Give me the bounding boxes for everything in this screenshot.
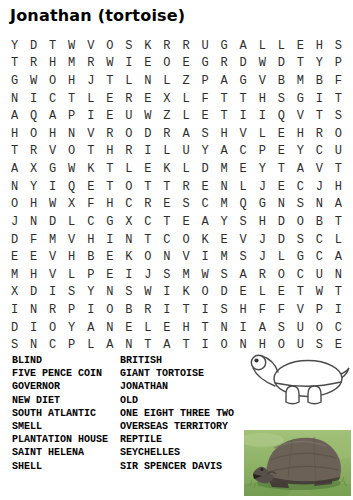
grid-cell: T bbox=[196, 319, 215, 337]
grid-cell: I bbox=[196, 248, 215, 266]
grid-cell: I bbox=[138, 143, 157, 161]
grid-cell: N bbox=[5, 178, 24, 196]
grid-cell: G bbox=[215, 37, 234, 55]
grid-cell: E bbox=[176, 55, 195, 73]
grid-cell: L bbox=[253, 284, 272, 302]
grid-cell: W bbox=[253, 55, 272, 73]
grid-cell: T bbox=[215, 107, 234, 125]
grid-cell: K bbox=[157, 160, 176, 178]
grid-cell: I bbox=[119, 266, 138, 284]
grid-cell: W bbox=[138, 284, 157, 302]
grid-cell: T bbox=[5, 143, 24, 161]
grid-cell: E bbox=[100, 248, 119, 266]
grid-cell: X bbox=[5, 284, 24, 302]
grid-cell: W bbox=[43, 195, 62, 213]
grid-cell: S bbox=[62, 284, 81, 302]
grid-cell: T bbox=[62, 90, 81, 108]
word-item: OVERSEAS TERRITORY bbox=[120, 421, 234, 434]
grid-cell: H bbox=[253, 213, 272, 231]
grid-cell: S bbox=[119, 37, 138, 55]
grid-cell: L bbox=[329, 231, 348, 249]
grid-cell: U bbox=[291, 319, 310, 337]
grid-cell: W bbox=[310, 284, 329, 302]
grid-cell: S bbox=[176, 195, 195, 213]
word-item: BRITISH bbox=[120, 355, 234, 368]
grid-cell: Q bbox=[24, 107, 43, 125]
grid-cell: R bbox=[176, 37, 195, 55]
grid-cell: D bbox=[5, 319, 24, 337]
grid-cell: D bbox=[272, 231, 291, 249]
grid-cell: S bbox=[215, 301, 234, 319]
grid-cell: S bbox=[196, 125, 215, 143]
grid-cell: O bbox=[196, 284, 215, 302]
grid-cell: N bbox=[62, 125, 81, 143]
grid-cell: D bbox=[215, 284, 234, 302]
grid-cell: W bbox=[62, 160, 81, 178]
grid-cell: H bbox=[43, 125, 62, 143]
grid-cell: J bbox=[5, 213, 24, 231]
grid-cell: R bbox=[157, 125, 176, 143]
grid-cell: A bbox=[5, 160, 24, 178]
grid-cell: V bbox=[43, 266, 62, 284]
grid-cell: F bbox=[196, 90, 215, 108]
grid-cell: T bbox=[329, 90, 348, 108]
grid-cell: V bbox=[43, 143, 62, 161]
grid-cell: C bbox=[291, 178, 310, 196]
grid-cell: F bbox=[272, 301, 291, 319]
grid-cell: J bbox=[138, 266, 157, 284]
grid-cell: L bbox=[81, 90, 100, 108]
grid-cell: P bbox=[310, 301, 329, 319]
grid-cell: X bbox=[157, 90, 176, 108]
grid-cell: M bbox=[43, 231, 62, 249]
grid-cell: Y bbox=[62, 319, 81, 337]
grid-cell: G bbox=[196, 55, 215, 73]
grid-cell: X bbox=[119, 213, 138, 231]
grid-cell: R bbox=[253, 266, 272, 284]
grid-cell: J bbox=[310, 178, 329, 196]
grid-cell: H bbox=[62, 248, 81, 266]
grid-cell: T bbox=[100, 178, 119, 196]
grid-cell: H bbox=[215, 125, 234, 143]
grid-cell: U bbox=[196, 37, 215, 55]
grid-cell: H bbox=[43, 55, 62, 73]
grid-cell: D bbox=[234, 55, 253, 73]
grid-cell: T bbox=[157, 178, 176, 196]
grid-cell: I bbox=[196, 301, 215, 319]
tortoise-photo bbox=[244, 430, 351, 496]
grid-cell: I bbox=[253, 107, 272, 125]
grid-cell: N bbox=[138, 72, 157, 90]
grid-cell: R bbox=[157, 37, 176, 55]
grid-cell: L bbox=[253, 37, 272, 55]
grid-cell: V bbox=[62, 231, 81, 249]
grid-cell: N bbox=[100, 319, 119, 337]
grid-cell: H bbox=[329, 178, 348, 196]
grid-cell: E bbox=[24, 248, 43, 266]
grid-cell: V bbox=[291, 301, 310, 319]
grid-cell: F bbox=[329, 72, 348, 90]
grid-cell: E bbox=[138, 55, 157, 73]
grid-cell: L bbox=[62, 213, 81, 231]
grid-cell: C bbox=[81, 213, 100, 231]
grid-cell: L bbox=[176, 90, 195, 108]
word-item: GOVERNOR bbox=[12, 381, 120, 394]
grid-cell: M bbox=[215, 160, 234, 178]
word-item: ONE EIGHT THREE TWO bbox=[120, 408, 234, 421]
grid-cell: I bbox=[100, 231, 119, 249]
grid-cell: K bbox=[119, 248, 138, 266]
grid-cell: E bbox=[176, 213, 195, 231]
grid-cell: O bbox=[43, 319, 62, 337]
grid-cell: R bbox=[119, 90, 138, 108]
grid-cell: I bbox=[157, 301, 176, 319]
grid-cell: B bbox=[272, 72, 291, 90]
grid-cell: J bbox=[253, 248, 272, 266]
grid-cell: C bbox=[291, 266, 310, 284]
grid-cell: W bbox=[100, 55, 119, 73]
grid-cell: I bbox=[234, 319, 253, 337]
grid-cell: V bbox=[291, 107, 310, 125]
grid-cell: E bbox=[138, 160, 157, 178]
grid-cell: C bbox=[43, 90, 62, 108]
word-item: SIR SPENCER DAVIS bbox=[120, 461, 234, 474]
grid-cell: O bbox=[215, 336, 234, 354]
grid-cell: C bbox=[310, 248, 329, 266]
word-item: SAINT HELENA bbox=[12, 447, 120, 460]
grid-cell: O bbox=[119, 125, 138, 143]
grid-cell: N bbox=[157, 248, 176, 266]
grid-cell: L bbox=[157, 143, 176, 161]
grid-cell: A bbox=[215, 72, 234, 90]
grid-cell: R bbox=[176, 178, 195, 196]
grid-cell: L bbox=[272, 37, 291, 55]
grid-cell: C bbox=[138, 213, 157, 231]
grid-cell: M bbox=[215, 195, 234, 213]
grid-cell: V bbox=[176, 248, 195, 266]
grid-cell: A bbox=[196, 213, 215, 231]
grid-cell: C bbox=[310, 143, 329, 161]
grid-cell: T bbox=[291, 284, 310, 302]
grid-cell: M bbox=[62, 55, 81, 73]
grid-cell: O bbox=[329, 125, 348, 143]
grid-cell: E bbox=[119, 319, 138, 337]
grid-cell: N bbox=[215, 319, 234, 337]
grid-cell: G bbox=[100, 213, 119, 231]
grid-cell: D bbox=[272, 55, 291, 73]
grid-cell: I bbox=[157, 284, 176, 302]
grid-cell: O bbox=[24, 125, 43, 143]
grid-cell: B bbox=[310, 213, 329, 231]
grid-cell: P bbox=[81, 266, 100, 284]
grid-cell: T bbox=[329, 160, 348, 178]
grid-cell: E bbox=[157, 319, 176, 337]
word-item: NEW DIET bbox=[12, 395, 120, 408]
page-title: Jonathan (tortoise) bbox=[10, 6, 185, 25]
grid-cell: S bbox=[215, 266, 234, 284]
grid-cell: U bbox=[176, 143, 195, 161]
grid-cell: V bbox=[81, 125, 100, 143]
grid-cell: I bbox=[329, 301, 348, 319]
grid-cell: H bbox=[176, 319, 195, 337]
grid-cell: E bbox=[291, 37, 310, 55]
grid-cell: N bbox=[5, 90, 24, 108]
grid-cell: E bbox=[138, 90, 157, 108]
grid-cell: S bbox=[234, 248, 253, 266]
grid-cell: R bbox=[100, 125, 119, 143]
grid-cell: E bbox=[234, 284, 253, 302]
grid-cell: I bbox=[81, 107, 100, 125]
grid-cell: Y bbox=[215, 213, 234, 231]
grid-cell: A bbox=[81, 319, 100, 337]
grid-cell: R bbox=[138, 301, 157, 319]
grid-cell: G bbox=[253, 195, 272, 213]
cartoon-front-leg bbox=[286, 386, 299, 404]
grid-cell: H bbox=[24, 266, 43, 284]
grid-cell: F bbox=[24, 231, 43, 249]
grid-cell: E bbox=[100, 107, 119, 125]
grid-cell: R bbox=[24, 55, 43, 73]
grid-cell: W bbox=[62, 37, 81, 55]
grid-cell: G bbox=[291, 90, 310, 108]
grid-cell: O bbox=[310, 319, 329, 337]
grid-cell: H bbox=[234, 301, 253, 319]
grid-cell: N bbox=[100, 284, 119, 302]
grid-cell: P bbox=[62, 301, 81, 319]
word-search-grid: YDTWVOSKRRUGALLEHSTRHMRWIEOEGRDWDTYPGWOH… bbox=[5, 37, 348, 354]
grid-cell: R bbox=[81, 55, 100, 73]
grid-cell: E bbox=[272, 178, 291, 196]
grid-cell: F bbox=[253, 301, 272, 319]
grid-cell: P bbox=[196, 72, 215, 90]
grid-cell: T bbox=[81, 143, 100, 161]
grid-cell: Y bbox=[24, 178, 43, 196]
grid-cell: C bbox=[119, 195, 138, 213]
grid-cell: K bbox=[176, 284, 195, 302]
grid-cell: D bbox=[196, 160, 215, 178]
grid-cell: L bbox=[119, 72, 138, 90]
grid-cell: C bbox=[234, 143, 253, 161]
grid-cell: T bbox=[234, 90, 253, 108]
grid-cell: N bbox=[272, 195, 291, 213]
grid-cell: B bbox=[310, 72, 329, 90]
grid-cell: D bbox=[24, 284, 43, 302]
grid-cell: A bbox=[234, 266, 253, 284]
grid-cell: Y bbox=[196, 143, 215, 161]
grid-cell: T bbox=[100, 72, 119, 90]
grid-cell: E bbox=[272, 284, 291, 302]
grid-cell: E bbox=[5, 248, 24, 266]
grid-cell: P bbox=[253, 143, 272, 161]
grid-cell: I bbox=[5, 301, 24, 319]
grid-cell: T bbox=[310, 107, 329, 125]
grid-cell: O bbox=[100, 37, 119, 55]
grid-cell: N bbox=[119, 231, 138, 249]
grid-cell: L bbox=[138, 319, 157, 337]
grid-cell: P bbox=[62, 336, 81, 354]
grid-cell: Y bbox=[253, 160, 272, 178]
grid-cell: V bbox=[253, 72, 272, 90]
grid-cell: R bbox=[119, 143, 138, 161]
grid-cell: N bbox=[24, 336, 43, 354]
grid-cell: T bbox=[329, 213, 348, 231]
grid-cell: S bbox=[157, 266, 176, 284]
grid-cell: H bbox=[5, 125, 24, 143]
grid-cell: W bbox=[138, 107, 157, 125]
grid-cell: H bbox=[24, 195, 43, 213]
grid-cell: A bbox=[329, 195, 348, 213]
grid-cell: H bbox=[100, 195, 119, 213]
cartoon-eye bbox=[254, 358, 258, 362]
grid-cell: Q bbox=[234, 195, 253, 213]
grid-cell: O bbox=[176, 231, 195, 249]
grid-cell: A bbox=[291, 160, 310, 178]
grid-cell: Y bbox=[310, 55, 329, 73]
grid-cell: D bbox=[138, 125, 157, 143]
grid-cell: R bbox=[24, 143, 43, 161]
grid-cell: J bbox=[81, 72, 100, 90]
grid-cell: Z bbox=[157, 107, 176, 125]
grid-cell: R bbox=[138, 195, 157, 213]
word-item: BLIND bbox=[12, 355, 120, 368]
grid-cell: K bbox=[196, 231, 215, 249]
grid-cell: T bbox=[272, 160, 291, 178]
grid-cell: T bbox=[215, 90, 234, 108]
grid-cell: J bbox=[253, 231, 272, 249]
grid-cell: S bbox=[329, 37, 348, 55]
word-item: SHELL bbox=[12, 461, 120, 474]
grid-cell: N bbox=[329, 266, 348, 284]
grid-cell: F bbox=[81, 195, 100, 213]
word-item: SOUTH ATLANTIC bbox=[12, 408, 120, 421]
grid-cell: D bbox=[43, 213, 62, 231]
grid-cell: R bbox=[310, 125, 329, 143]
grid-cell: S bbox=[272, 319, 291, 337]
grid-cell: A bbox=[329, 248, 348, 266]
grid-cell: L bbox=[62, 266, 81, 284]
grid-cell: O bbox=[138, 248, 157, 266]
grid-cell: R bbox=[215, 55, 234, 73]
grid-cell: L bbox=[272, 248, 291, 266]
grid-cell: G bbox=[43, 160, 62, 178]
grid-cell: J bbox=[253, 178, 272, 196]
grid-cell: D bbox=[272, 213, 291, 231]
grid-cell: U bbox=[310, 266, 329, 284]
grid-cell: D bbox=[24, 37, 43, 55]
grid-cell: I bbox=[234, 107, 253, 125]
grid-cell: E bbox=[196, 178, 215, 196]
grid-cell: N bbox=[119, 336, 138, 354]
grid-cell: C bbox=[157, 231, 176, 249]
grid-cell: I bbox=[24, 90, 43, 108]
grid-cell: W bbox=[24, 72, 43, 90]
word-item: OLD bbox=[120, 395, 234, 408]
grid-cell: V bbox=[234, 125, 253, 143]
word-item: FIVE PENCE COIN bbox=[12, 368, 120, 381]
grid-cell: K bbox=[138, 37, 157, 55]
grid-cell: A bbox=[100, 336, 119, 354]
grid-cell: T bbox=[5, 55, 24, 73]
grid-cell: S bbox=[234, 213, 253, 231]
grid-cell: A bbox=[43, 107, 62, 125]
grid-cell: Y bbox=[5, 37, 24, 55]
grid-cell: L bbox=[253, 125, 272, 143]
grid-cell: T bbox=[138, 178, 157, 196]
grid-cell: E bbox=[100, 90, 119, 108]
grid-cell: H bbox=[100, 143, 119, 161]
grid-cell: A bbox=[215, 143, 234, 161]
grid-cell: W bbox=[196, 266, 215, 284]
word-item: GIANT TORTOISE bbox=[120, 368, 234, 381]
grid-cell: O bbox=[272, 266, 291, 284]
grid-cell: U bbox=[329, 143, 348, 161]
grid-cell: A bbox=[234, 37, 253, 55]
grid-cell: C bbox=[310, 231, 329, 249]
grid-cell: H bbox=[291, 125, 310, 143]
word-item: PLANTATION HOUSE bbox=[12, 434, 120, 447]
grid-cell: V bbox=[310, 160, 329, 178]
grid-cell: A bbox=[5, 107, 24, 125]
grid-cell: H bbox=[253, 90, 272, 108]
grid-cell: A bbox=[253, 319, 272, 337]
grid-cell: O bbox=[157, 55, 176, 73]
grid-cell: T bbox=[176, 336, 195, 354]
cartoon-head bbox=[251, 355, 265, 369]
grid-cell: G bbox=[291, 248, 310, 266]
grid-cell: D bbox=[5, 231, 24, 249]
tortoise-cartoon-drawing bbox=[246, 352, 350, 410]
grid-cell: L bbox=[119, 160, 138, 178]
grid-cell: N bbox=[215, 178, 234, 196]
grid-cell: I bbox=[119, 55, 138, 73]
grid-cell: T bbox=[138, 231, 157, 249]
grid-cell: E bbox=[100, 266, 119, 284]
word-list: BLINDBRITISHFIVE PENCE COINGIANT TORTOIS… bbox=[12, 355, 234, 474]
grid-cell: E bbox=[272, 125, 291, 143]
grid-cell: C bbox=[329, 319, 348, 337]
grid-cell: H bbox=[62, 72, 81, 90]
worksheet-page: Jonathan (tortoise) YDTWVOSKRRUGALLEHSTR… bbox=[0, 0, 353, 500]
grid-cell: N bbox=[24, 213, 43, 231]
grid-cell: M bbox=[176, 266, 195, 284]
grid-cell: E bbox=[196, 107, 215, 125]
grid-cell: B bbox=[81, 248, 100, 266]
grid-cell: X bbox=[24, 160, 43, 178]
grid-cell: A bbox=[157, 336, 176, 354]
word-item: REPTILE bbox=[120, 434, 234, 447]
grid-cell: O bbox=[291, 213, 310, 231]
grid-cell: C bbox=[196, 195, 215, 213]
grid-cell: R bbox=[43, 301, 62, 319]
grid-cell: S bbox=[272, 90, 291, 108]
grid-cell: B bbox=[119, 301, 138, 319]
grid-cell: I bbox=[196, 336, 215, 354]
grid-cell: E bbox=[272, 143, 291, 161]
grid-cell: L bbox=[234, 178, 253, 196]
grid-cell: X bbox=[62, 195, 81, 213]
cartoon-neck-lower bbox=[253, 368, 275, 386]
word-item: SMELL bbox=[12, 421, 120, 434]
grid-cell: P bbox=[62, 107, 81, 125]
grid-cell: T bbox=[43, 37, 62, 55]
grid-cell: Q bbox=[62, 178, 81, 196]
grid-cell: V bbox=[234, 231, 253, 249]
grid-cell: T bbox=[157, 213, 176, 231]
grid-cell: S bbox=[329, 107, 348, 125]
grid-cell: T bbox=[100, 160, 119, 178]
grid-cell: O bbox=[62, 143, 81, 161]
grid-cell: V bbox=[81, 37, 100, 55]
